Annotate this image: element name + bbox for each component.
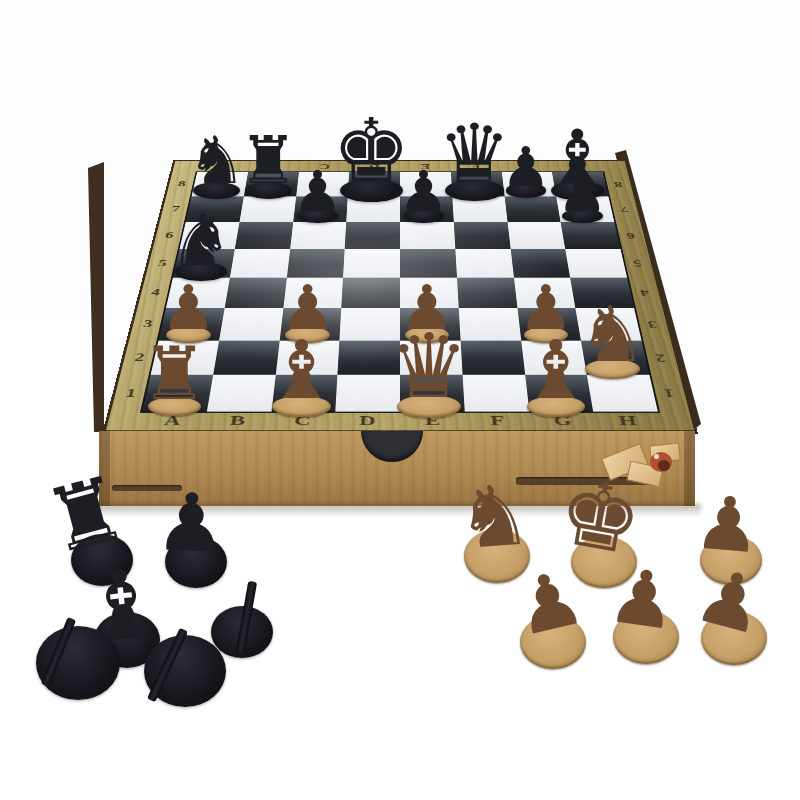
wood-rook-glyph: ♜ bbox=[142, 341, 208, 409]
wood-bishop-glyph: ♝ bbox=[265, 333, 338, 408]
piece-wood-rook-a1[interactable]: ♜ bbox=[142, 341, 208, 409]
offboard-wood-knight-1[interactable]: ♞ bbox=[454, 476, 535, 558]
piece-black-pawn-c7[interactable]: ♟ bbox=[292, 166, 343, 218]
wood-pawn-glyph: ♟ bbox=[161, 280, 216, 337]
piece-black-pawn-e7[interactable]: ♟ bbox=[398, 166, 449, 218]
piece-wood-bishop-g1[interactable]: ♝ bbox=[520, 333, 593, 408]
square-d4[interactable] bbox=[341, 278, 400, 308]
piece-wood-queen-e1[interactable]: ♛ bbox=[389, 326, 469, 408]
black-pawn-glyph: ♟ bbox=[398, 166, 449, 218]
square-f5[interactable] bbox=[455, 249, 513, 278]
square-h1[interactable] bbox=[587, 375, 658, 412]
wood-pawn-glyph: ♟ bbox=[692, 487, 764, 561]
black-knight-glyph: ♞ bbox=[187, 132, 246, 193]
wood-queen-glyph: ♛ bbox=[389, 326, 469, 408]
file-label-b: B bbox=[203, 412, 271, 431]
piece-black-knight-a5[interactable]: ♞ bbox=[169, 208, 233, 274]
square-d5[interactable] bbox=[343, 249, 400, 278]
piece-black-knight-a8[interactable]: ♞ bbox=[187, 132, 246, 193]
square-f6[interactable] bbox=[454, 222, 511, 249]
square-b4[interactable] bbox=[224, 278, 286, 308]
piece-black-pawn-h7[interactable]: ♟ bbox=[557, 166, 608, 218]
offboard-black-pawn-2[interactable]: ♟ bbox=[154, 485, 228, 561]
square-e6[interactable] bbox=[400, 222, 455, 249]
square-d6[interactable] bbox=[345, 222, 400, 249]
wood-pawn-glyph: ♟ bbox=[604, 560, 681, 639]
black-pawn-glyph: ♟ bbox=[292, 166, 343, 218]
square-f2[interactable] bbox=[460, 340, 524, 374]
square-c6[interactable] bbox=[290, 222, 347, 249]
black-rook-glyph: ♜ bbox=[239, 132, 298, 193]
piece-wood-pawn-a3[interactable]: ♟ bbox=[161, 280, 216, 337]
piece-black-rook-b8[interactable]: ♜ bbox=[239, 132, 298, 193]
square-h6[interactable] bbox=[561, 222, 621, 249]
square-b6[interactable] bbox=[235, 222, 293, 249]
square-f4[interactable] bbox=[457, 278, 517, 308]
wood-knight-glyph: ♞ bbox=[454, 476, 535, 558]
file-label-h: H bbox=[593, 412, 662, 431]
offboard-wood-pawn-5[interactable]: ♟ bbox=[604, 560, 681, 639]
black-pawn-glyph: ♟ bbox=[557, 166, 608, 218]
black-pawn-glyph: ♟ bbox=[154, 485, 228, 561]
box-corner bbox=[684, 431, 695, 506]
square-g6[interactable] bbox=[507, 222, 565, 249]
square-b7[interactable] bbox=[239, 196, 296, 222]
piece-wood-bishop-c1[interactable]: ♝ bbox=[265, 333, 338, 408]
product-photo-scene: ABCDEFGH ABCDEFGH 12345678 12345678 ♞♜♚♛… bbox=[0, 0, 800, 800]
offboard-wood-pawn-3[interactable]: ♟ bbox=[692, 487, 764, 561]
black-knight-glyph: ♞ bbox=[169, 208, 233, 274]
square-h5[interactable] bbox=[565, 249, 627, 278]
wood-bishop-glyph: ♝ bbox=[520, 333, 593, 408]
